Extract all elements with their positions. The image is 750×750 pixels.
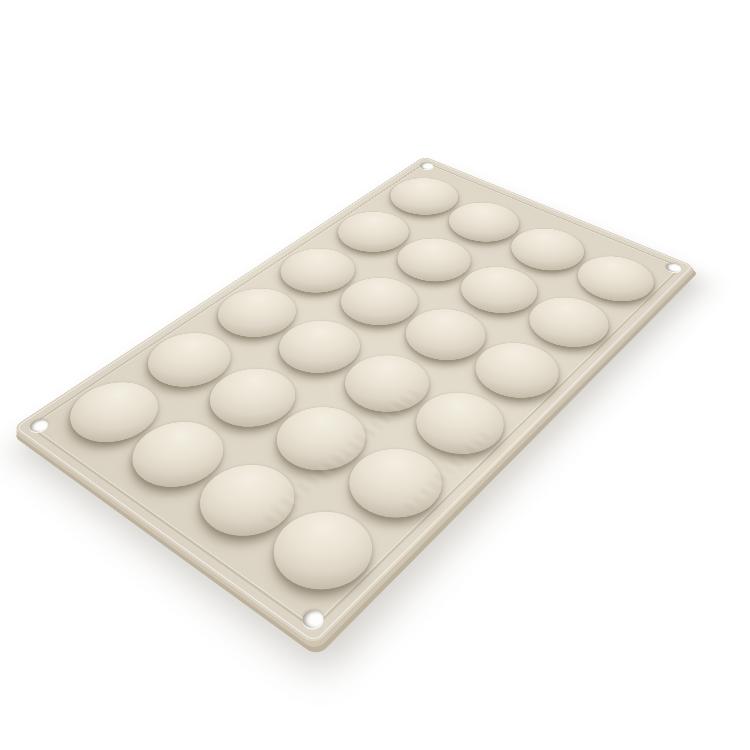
cavity-grid xyxy=(44,168,673,614)
photo-background xyxy=(0,0,750,750)
silicone-mold xyxy=(12,156,695,646)
